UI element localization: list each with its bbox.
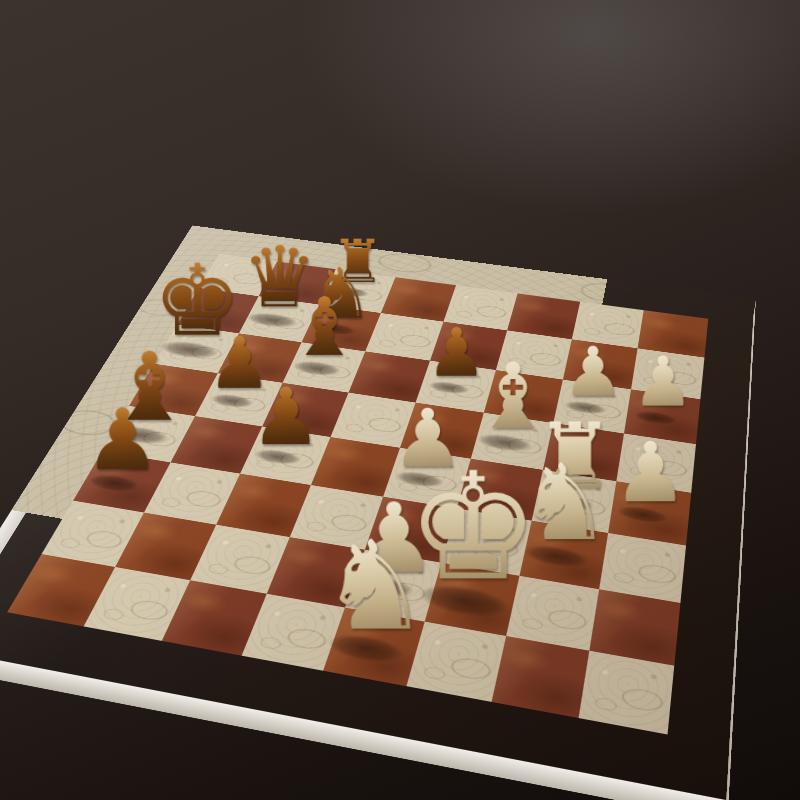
light-pawn[interactable]: ♟ — [632, 350, 693, 415]
light-pawn[interactable]: ♟ — [613, 433, 687, 512]
dark-pawn[interactable]: ♟ — [85, 400, 161, 481]
dark-pawn[interactable]: ♟ — [251, 379, 322, 454]
light-pawn[interactable]: ♟ — [562, 341, 623, 406]
dark-bishop[interactable]: ♝ — [288, 290, 360, 366]
light-knight[interactable]: ♞ — [319, 527, 430, 645]
scene: ♜♛♞♚♝♟♟♟♟♝♝♟♟♜♟♟♞♟♚♞ — [0, 0, 800, 800]
